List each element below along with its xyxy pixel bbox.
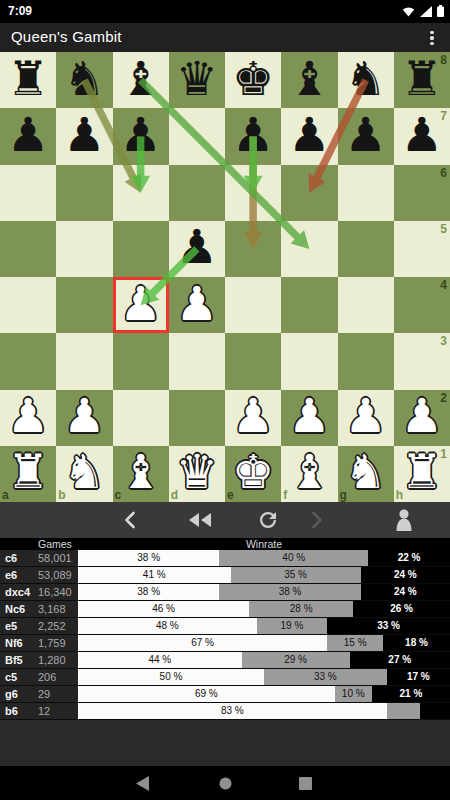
rewind-to-start-button[interactable]: [178, 502, 222, 538]
black-rook: ♜: [7, 55, 49, 102]
rank-label: 1: [440, 447, 447, 461]
move-row-c5[interactable]: c520650 %33 %17 %: [0, 669, 450, 686]
white-win-segment: 69 %: [78, 686, 335, 702]
games-count: 58,001: [38, 550, 78, 566]
nav-home-icon: [219, 777, 232, 790]
black-win-segment: [420, 703, 450, 719]
square-f3[interactable]: [281, 333, 337, 389]
square-h5[interactable]: 5: [394, 221, 450, 277]
winrate-bar: 38 %40 %22 %: [78, 550, 450, 566]
black-win-segment: 17 %: [387, 669, 450, 685]
games-column-header: Games: [38, 538, 72, 550]
move-label: c5: [0, 669, 38, 685]
square-b1[interactable]: ♞b: [56, 446, 112, 502]
games-count: 12: [38, 703, 78, 719]
square-f7[interactable]: ♟: [281, 108, 337, 164]
square-b8[interactable]: ♞: [56, 52, 112, 108]
person-icon: [393, 508, 415, 532]
square-a3[interactable]: [0, 333, 56, 389]
square-d3[interactable]: [169, 333, 225, 389]
games-count: 3,168: [38, 601, 78, 617]
square-g5[interactable]: [338, 221, 394, 277]
rank-label: 6: [440, 166, 447, 180]
square-a2[interactable]: ♟: [0, 390, 56, 446]
games-count: 206: [38, 669, 78, 685]
black-win-segment: 24 %: [361, 584, 450, 600]
forward-button[interactable]: [294, 502, 338, 538]
draw-segment: 29 %: [242, 652, 350, 668]
square-e3[interactable]: [225, 333, 281, 389]
draw-segment: 28 %: [249, 601, 353, 617]
square-a7[interactable]: ♟: [0, 108, 56, 164]
white-win-segment: 67 %: [78, 635, 327, 651]
draw-segment: [387, 703, 420, 719]
square-g1[interactable]: ♞g: [338, 446, 394, 502]
file-label: f: [283, 488, 287, 502]
square-b7[interactable]: ♟: [56, 108, 112, 164]
wifi-icon: [402, 6, 415, 17]
square-h1[interactable]: ♜1h: [394, 446, 450, 502]
square-e2[interactable]: ♟: [225, 390, 281, 446]
square-a4[interactable]: [0, 277, 56, 333]
square-g4[interactable]: [338, 277, 394, 333]
winrate-bar: 41 %35 %24 %: [78, 567, 450, 583]
square-e6[interactable]: [225, 165, 281, 221]
black-pawn: ♟: [232, 111, 274, 158]
player-button[interactable]: [382, 502, 426, 538]
white-win-segment: 50 %: [78, 669, 264, 685]
move-label: e5: [0, 618, 38, 634]
square-b5[interactable]: [56, 221, 112, 277]
move-toolbar: [0, 502, 450, 538]
white-rook: ♜: [401, 448, 443, 495]
rank-label: 8: [440, 53, 447, 67]
board[interactable]: ♜♞♝♛♚♝♞♜8♟♟♟♟♟♟♟76♟5♟♟43♟♟♟♟♟♟2♜a♞b♝c♛d♚…: [0, 52, 450, 502]
square-c4[interactable]: ♟: [113, 277, 169, 333]
square-d7[interactable]: [169, 108, 225, 164]
winrate-bar: 44 %29 %27 %: [78, 652, 450, 668]
white-win-segment: 44 %: [78, 652, 242, 668]
square-d8[interactable]: ♛: [169, 52, 225, 108]
black-win-segment: 24 %: [361, 567, 450, 583]
move-label: Nc6: [0, 601, 38, 617]
draw-segment: 10 %: [335, 686, 372, 702]
move-label: e6: [0, 567, 38, 583]
rank-label: 5: [440, 222, 447, 236]
square-b4[interactable]: [56, 277, 112, 333]
square-h6[interactable]: 6: [394, 165, 450, 221]
move-row-Bf5[interactable]: Bf51,28044 %29 %27 %: [0, 652, 450, 669]
black-pawn: ♟: [7, 111, 49, 158]
rank-label: 4: [440, 278, 447, 292]
black-win-segment: 33 %: [327, 618, 450, 634]
square-d5[interactable]: ♟: [169, 221, 225, 277]
black-win-segment: 22 %: [368, 550, 450, 566]
square-g7[interactable]: ♟: [338, 108, 394, 164]
winrate-bar: 69 %10 %21 %: [78, 686, 450, 702]
black-queen: ♛: [176, 55, 218, 102]
black-win-segment: 26 %: [353, 601, 450, 617]
status-icons: [402, 4, 444, 17]
square-h3[interactable]: 3: [394, 333, 450, 389]
square-f6[interactable]: [281, 165, 337, 221]
black-knight: ♞: [63, 55, 105, 102]
refresh-icon: [256, 508, 280, 532]
games-count: 16,340: [38, 584, 78, 600]
file-label: e: [227, 488, 234, 502]
games-count: 1,759: [38, 635, 78, 651]
rank-label: 2: [440, 391, 447, 405]
draw-segment: 33 %: [264, 669, 387, 685]
white-pawn: ♟: [63, 392, 105, 439]
fast-rewind-icon: [187, 512, 213, 528]
white-pawn: ♟: [288, 392, 330, 439]
app-bar: Queen's Gambit: [0, 23, 450, 52]
square-c6[interactable]: [113, 165, 169, 221]
winrate-bar: 48 %19 %33 %: [78, 618, 450, 634]
file-label: g: [340, 488, 347, 502]
white-knight: ♞: [345, 448, 387, 495]
winrate-bar: 83 %: [78, 703, 450, 719]
white-pawn: ♟: [176, 280, 218, 327]
clock: 7:09: [8, 4, 32, 18]
square-a1[interactable]: ♜a: [0, 446, 56, 502]
square-e5[interactable]: [225, 221, 281, 277]
square-g8[interactable]: ♞: [338, 52, 394, 108]
square-c1[interactable]: ♝c: [113, 446, 169, 502]
square-a8[interactable]: ♜: [0, 52, 56, 108]
winrate-column-header: Winrate: [78, 538, 450, 550]
games-count: 1,280: [38, 652, 78, 668]
black-rook: ♜: [401, 55, 443, 102]
square-b6[interactable]: [56, 165, 112, 221]
moves-table: Games Winrate c658,00138 %40 %22 %e653,0…: [0, 538, 450, 720]
black-pawn: ♟: [401, 111, 443, 158]
move-row-e6[interactable]: e653,08941 %35 %24 %: [0, 567, 450, 584]
status-bar: 7:09: [0, 0, 450, 23]
games-count: 2,252: [38, 618, 78, 634]
winrate-bar: 50 %33 %17 %: [78, 669, 450, 685]
move-row-Nf6[interactable]: Nf61,75967 %15 %18 %: [0, 635, 450, 652]
square-b2[interactable]: ♟: [56, 390, 112, 446]
square-h4[interactable]: 4: [394, 277, 450, 333]
move-row-c6[interactable]: c658,00138 %40 %22 %: [0, 550, 450, 567]
games-count: 53,089: [38, 567, 78, 583]
square-e7[interactable]: ♟: [225, 108, 281, 164]
square-g6[interactable]: [338, 165, 394, 221]
chevron-left-icon: [120, 509, 142, 531]
black-bishop: ♝: [288, 55, 330, 102]
square-h8[interactable]: ♜8: [394, 52, 450, 108]
nav-back-icon: [136, 776, 150, 791]
games-count: 29: [38, 686, 78, 702]
rank-label: 7: [440, 109, 447, 123]
black-win-segment: 27 %: [350, 652, 450, 668]
square-c2[interactable]: [113, 390, 169, 446]
move-row-e5[interactable]: e52,25248 %19 %33 %: [0, 618, 450, 635]
nav-recents-icon: [299, 777, 312, 790]
white-win-segment: 46 %: [78, 601, 249, 617]
move-label: Bf5: [0, 652, 38, 668]
draw-segment: 19 %: [257, 618, 328, 634]
white-bishop: ♝: [288, 448, 330, 495]
square-a5[interactable]: [0, 221, 56, 277]
square-f5[interactable]: [281, 221, 337, 277]
move-row-Nc6[interactable]: Nc63,16846 %28 %26 %: [0, 601, 450, 618]
square-c5[interactable]: [113, 221, 169, 277]
file-label: d: [171, 488, 178, 502]
square-h7[interactable]: ♟7: [394, 108, 450, 164]
winrate-bar: 38 %38 %24 %: [78, 584, 450, 600]
square-d6[interactable]: [169, 165, 225, 221]
page-title: Queen's Gambit: [11, 28, 122, 45]
black-king: ♚: [232, 55, 274, 102]
square-f2[interactable]: ♟: [281, 390, 337, 446]
square-f4[interactable]: [281, 277, 337, 333]
white-pawn: ♟: [7, 392, 49, 439]
white-pawn: ♟: [120, 280, 162, 327]
square-d4[interactable]: ♟: [169, 277, 225, 333]
black-pawn: ♟: [63, 111, 105, 158]
black-pawn: ♟: [120, 111, 162, 158]
square-b3[interactable]: [56, 333, 112, 389]
nav-recents-button[interactable]: [285, 766, 325, 800]
draw-segment: 15 %: [327, 635, 383, 651]
square-e8[interactable]: ♚: [225, 52, 281, 108]
draw-segment: 38 %: [219, 584, 360, 600]
white-pawn: ♟: [401, 392, 443, 439]
square-g3[interactable]: [338, 333, 394, 389]
reset-refresh-button[interactable]: [246, 502, 290, 538]
draw-segment: 35 %: [231, 567, 361, 583]
black-win-segment: 18 %: [383, 635, 450, 651]
move-label: b6: [0, 703, 38, 719]
square-e4[interactable]: [225, 277, 281, 333]
overflow-menu-icon[interactable]: [420, 26, 444, 50]
square-a6[interactable]: [0, 165, 56, 221]
table-body: c658,00138 %40 %22 %e653,08941 %35 %24 %…: [0, 550, 450, 720]
black-pawn: ♟: [288, 111, 330, 158]
white-win-segment: 48 %: [78, 618, 257, 634]
black-pawn: ♟: [345, 111, 387, 158]
chevron-right-icon: [305, 509, 327, 531]
square-f8[interactable]: ♝: [281, 52, 337, 108]
move-row-dxc4[interactable]: dxc416,34038 %38 %24 %: [0, 584, 450, 601]
rank-label: 3: [440, 334, 447, 348]
white-win-segment: 38 %: [78, 550, 219, 566]
back-button[interactable]: [109, 502, 153, 538]
white-pawn: ♟: [232, 392, 274, 439]
square-c3[interactable]: [113, 333, 169, 389]
file-label: a: [2, 488, 9, 502]
white-king: ♚: [232, 448, 274, 495]
cellular-signal-icon: [420, 6, 432, 17]
move-row-b6[interactable]: b61283 %: [0, 703, 450, 720]
file-label: h: [396, 488, 403, 502]
move-label: g6: [0, 686, 38, 702]
black-bishop: ♝: [120, 55, 162, 102]
square-e1[interactable]: ♚e: [225, 446, 281, 502]
nav-home-button[interactable]: [205, 766, 245, 800]
square-h2[interactable]: ♟2: [394, 390, 450, 446]
white-win-segment: 83 %: [78, 703, 387, 719]
move-label: c6: [0, 550, 38, 566]
square-c7[interactable]: ♟: [113, 108, 169, 164]
white-rook: ♜: [7, 448, 49, 495]
black-pawn: ♟: [176, 223, 218, 270]
file-label: c: [115, 488, 122, 502]
android-nav-bar: [0, 766, 450, 800]
screen: 7:09 Queen's Gambit ♜♞♝♛♚♝♞♜8♟♟♟♟♟♟♟76♟5…: [0, 0, 450, 800]
move-label: dxc4: [0, 584, 38, 600]
black-win-segment: 21 %: [372, 686, 450, 702]
white-win-segment: 41 %: [78, 567, 231, 583]
file-label: b: [58, 488, 65, 502]
white-knight: ♞: [63, 448, 105, 495]
square-f1[interactable]: ♝f: [281, 446, 337, 502]
nav-back-button[interactable]: [123, 766, 163, 800]
white-queen: ♛: [176, 448, 218, 495]
white-pawn: ♟: [345, 392, 387, 439]
battery-icon: [437, 5, 444, 17]
winrate-bar: 46 %28 %26 %: [78, 601, 450, 617]
table-header: Games Winrate: [0, 538, 450, 550]
black-knight: ♞: [345, 55, 387, 102]
square-d1[interactable]: ♛d: [169, 446, 225, 502]
draw-segment: 40 %: [219, 550, 368, 566]
white-bishop: ♝: [120, 448, 162, 495]
square-g2[interactable]: ♟: [338, 390, 394, 446]
move-row-g6[interactable]: g62969 %10 %21 %: [0, 686, 450, 703]
square-d2[interactable]: [169, 390, 225, 446]
white-win-segment: 38 %: [78, 584, 219, 600]
move-label: Nf6: [0, 635, 38, 651]
winrate-bar: 67 %15 %18 %: [78, 635, 450, 651]
square-c8[interactable]: ♝: [113, 52, 169, 108]
